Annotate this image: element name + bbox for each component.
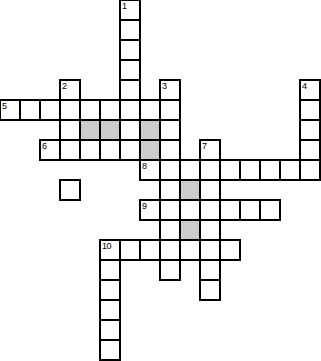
grid-cell[interactable] bbox=[99, 99, 121, 121]
grid-cell[interactable] bbox=[159, 219, 181, 241]
grid-cell[interactable] bbox=[0, 99, 21, 121]
grid-cell[interactable] bbox=[179, 239, 201, 261]
grid-cell[interactable] bbox=[159, 179, 181, 201]
blocked-cell bbox=[99, 119, 121, 141]
grid-cell[interactable] bbox=[219, 199, 241, 221]
grid-cell[interactable] bbox=[239, 159, 261, 181]
grid-cell[interactable] bbox=[99, 299, 121, 321]
grid-cell[interactable] bbox=[159, 139, 181, 161]
grid-cell[interactable] bbox=[299, 99, 321, 121]
grid-cell[interactable] bbox=[119, 99, 141, 121]
grid-cell[interactable] bbox=[259, 199, 281, 221]
grid-cell[interactable] bbox=[179, 199, 201, 221]
grid-cell[interactable] bbox=[159, 119, 181, 141]
grid-cell[interactable] bbox=[239, 199, 261, 221]
blocked-cell bbox=[179, 179, 201, 201]
grid-cell[interactable] bbox=[59, 79, 81, 101]
grid-cell[interactable] bbox=[199, 279, 221, 301]
grid-cell[interactable] bbox=[199, 259, 221, 281]
grid-cell[interactable] bbox=[199, 239, 221, 261]
grid-cell[interactable] bbox=[159, 259, 181, 281]
blocked-cell bbox=[139, 119, 161, 141]
grid-cell[interactable] bbox=[119, 79, 141, 101]
grid-cell[interactable] bbox=[79, 139, 101, 161]
grid-cell[interactable] bbox=[139, 159, 161, 181]
grid-cell[interactable] bbox=[99, 239, 121, 261]
grid-cell[interactable] bbox=[159, 239, 181, 261]
grid-cell[interactable] bbox=[99, 319, 121, 341]
grid-cell[interactable] bbox=[99, 259, 121, 281]
grid-cell[interactable] bbox=[59, 139, 81, 161]
grid-cell[interactable] bbox=[19, 99, 41, 121]
grid-cell[interactable] bbox=[279, 159, 301, 181]
grid-cell[interactable] bbox=[299, 159, 321, 181]
blocked-cell bbox=[139, 139, 161, 161]
grid-cell[interactable] bbox=[199, 219, 221, 241]
grid-cell[interactable] bbox=[159, 199, 181, 221]
grid-cell[interactable] bbox=[159, 79, 181, 101]
grid-cell[interactable] bbox=[119, 0, 141, 21]
grid-cell[interactable] bbox=[219, 159, 241, 181]
grid-cell[interactable] bbox=[119, 239, 141, 261]
grid-cell[interactable] bbox=[159, 159, 181, 181]
grid-cell[interactable] bbox=[199, 139, 221, 161]
grid-cell[interactable] bbox=[119, 139, 141, 161]
grid-cell[interactable] bbox=[139, 239, 161, 261]
grid-cell[interactable] bbox=[59, 99, 81, 121]
grid-cell[interactable] bbox=[39, 139, 61, 161]
grid-cell[interactable] bbox=[219, 239, 241, 261]
grid-cell[interactable] bbox=[299, 119, 321, 141]
grid-cell[interactable] bbox=[119, 59, 141, 81]
grid-cell[interactable] bbox=[39, 99, 61, 121]
grid-cell[interactable] bbox=[199, 199, 221, 221]
grid-cell[interactable] bbox=[139, 99, 161, 121]
grid-cell[interactable] bbox=[179, 159, 201, 181]
grid-cell[interactable] bbox=[139, 199, 161, 221]
grid-cell[interactable] bbox=[299, 139, 321, 161]
grid-cell[interactable] bbox=[119, 39, 141, 61]
grid-cell[interactable] bbox=[159, 99, 181, 121]
grid-cell[interactable] bbox=[199, 159, 221, 181]
grid-cell[interactable] bbox=[59, 179, 81, 201]
crossword-board: 12345678910 bbox=[0, 0, 321, 361]
grid-cell[interactable] bbox=[119, 19, 141, 41]
grid-cell[interactable] bbox=[99, 139, 121, 161]
grid-cell[interactable] bbox=[79, 99, 101, 121]
grid-cell[interactable] bbox=[99, 279, 121, 301]
grid-cell[interactable] bbox=[259, 159, 281, 181]
grid-cell[interactable] bbox=[59, 119, 81, 141]
blocked-cell bbox=[179, 219, 201, 241]
grid-cell[interactable] bbox=[119, 119, 141, 141]
blocked-cell bbox=[79, 119, 101, 141]
grid-cell[interactable] bbox=[199, 179, 221, 201]
grid-cell[interactable] bbox=[99, 339, 121, 361]
grid-cell[interactable] bbox=[299, 79, 321, 101]
